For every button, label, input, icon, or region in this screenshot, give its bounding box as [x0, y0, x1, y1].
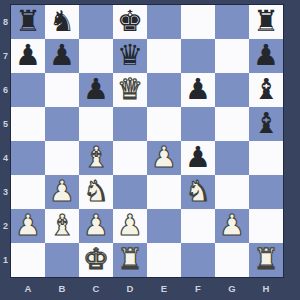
file-label: C	[79, 278, 113, 298]
square-c1[interactable]: ♚	[79, 243, 113, 277]
square-h7[interactable]: ♟	[249, 39, 283, 73]
piece-white-pawn[interactable]: ♟	[151, 143, 177, 174]
square-h8[interactable]: ♜	[249, 5, 283, 39]
square-e6[interactable]	[147, 73, 181, 107]
square-b1[interactable]	[45, 243, 79, 277]
square-c6[interactable]: ♟	[79, 73, 113, 107]
rank-label: 6	[0, 73, 11, 107]
piece-white-queen[interactable]: ♛	[117, 75, 143, 106]
square-g1[interactable]	[215, 243, 249, 277]
square-f6[interactable]: ♟	[181, 73, 215, 107]
piece-black-pawn[interactable]: ♟	[185, 143, 211, 174]
piece-white-bishop[interactable]: ♝	[49, 211, 75, 242]
piece-black-rook[interactable]: ♜	[253, 7, 279, 38]
square-a3[interactable]	[11, 175, 45, 209]
square-e3[interactable]	[147, 175, 181, 209]
square-b2[interactable]: ♝	[45, 209, 79, 243]
square-a7[interactable]: ♟	[11, 39, 45, 73]
square-e5[interactable]	[147, 107, 181, 141]
piece-white-knight[interactable]: ♞	[185, 177, 211, 208]
rank-label: 8	[0, 5, 11, 39]
square-c2[interactable]: ♟	[79, 209, 113, 243]
square-c8[interactable]	[79, 5, 113, 39]
piece-black-pawn[interactable]: ♟	[49, 41, 75, 72]
piece-white-pawn[interactable]: ♟	[117, 211, 143, 242]
square-b7[interactable]: ♟	[45, 39, 79, 73]
piece-white-bishop[interactable]: ♝	[83, 143, 109, 174]
square-d6[interactable]: ♛	[113, 73, 147, 107]
square-e8[interactable]	[147, 5, 181, 39]
square-c5[interactable]	[79, 107, 113, 141]
rank-label: 3	[0, 175, 11, 209]
square-h2[interactable]	[249, 209, 283, 243]
rank-label: 1	[0, 243, 11, 277]
square-d8[interactable]: ♚	[113, 5, 147, 39]
file-label: H	[249, 278, 283, 298]
square-f8[interactable]	[181, 5, 215, 39]
rank-label: 7	[0, 39, 11, 73]
piece-white-pawn[interactable]: ♟	[83, 211, 109, 242]
square-f2[interactable]	[181, 209, 215, 243]
square-h4[interactable]	[249, 141, 283, 175]
square-b4[interactable]	[45, 141, 79, 175]
rank-label: 5	[0, 107, 11, 141]
file-label: E	[147, 278, 181, 298]
square-a6[interactable]	[11, 73, 45, 107]
square-h1[interactable]: ♜	[249, 243, 283, 277]
square-h6[interactable]: ♝	[249, 73, 283, 107]
square-e1[interactable]	[147, 243, 181, 277]
square-a5[interactable]	[11, 107, 45, 141]
square-c3[interactable]: ♞	[79, 175, 113, 209]
square-d5[interactable]	[113, 107, 147, 141]
square-a1[interactable]	[11, 243, 45, 277]
piece-black-pawn[interactable]: ♟	[15, 41, 41, 72]
square-b5[interactable]	[45, 107, 79, 141]
square-a8[interactable]: ♜	[11, 5, 45, 39]
square-b6[interactable]	[45, 73, 79, 107]
square-d7[interactable]: ♛	[113, 39, 147, 73]
square-a2[interactable]: ♟	[11, 209, 45, 243]
piece-white-rook[interactable]: ♜	[253, 245, 279, 276]
square-f3[interactable]: ♞	[181, 175, 215, 209]
square-d4[interactable]	[113, 141, 147, 175]
square-g3[interactable]	[215, 175, 249, 209]
square-f5[interactable]	[181, 107, 215, 141]
piece-white-knight[interactable]: ♞	[83, 177, 109, 208]
rank-labels: 87654321	[0, 5, 11, 277]
piece-white-pawn[interactable]: ♟	[15, 211, 41, 242]
square-d2[interactable]: ♟	[113, 209, 147, 243]
square-g5[interactable]	[215, 107, 249, 141]
square-g2[interactable]: ♟	[215, 209, 249, 243]
square-e7[interactable]	[147, 39, 181, 73]
piece-black-pawn[interactable]: ♟	[253, 41, 279, 72]
piece-black-knight[interactable]: ♞	[49, 7, 75, 38]
file-label: F	[181, 278, 215, 298]
piece-black-bishop[interactable]: ♝	[253, 75, 279, 106]
square-g6[interactable]	[215, 73, 249, 107]
square-f4[interactable]: ♟	[181, 141, 215, 175]
file-label: G	[215, 278, 249, 298]
chess-board: ♜♞♚♜♟♟♛♟♟♛♟♝♝♝♟♟♟♞♞♟♝♟♟♟♚♜♜	[11, 5, 283, 277]
chess-diagram: 87654321 ♜♞♚♜♟♟♛♟♟♛♟♝♝♝♟♟♟♞♞♟♝♟♟♟♚♜♜ ABC…	[0, 0, 300, 300]
square-e2[interactable]	[147, 209, 181, 243]
square-c7[interactable]	[79, 39, 113, 73]
piece-black-pawn[interactable]: ♟	[185, 75, 211, 106]
piece-white-pawn[interactable]: ♟	[49, 177, 75, 208]
file-labels: ABCDEFGH	[11, 278, 283, 298]
piece-black-queen[interactable]: ♛	[117, 41, 143, 72]
square-e4[interactable]: ♟	[147, 141, 181, 175]
piece-black-pawn[interactable]: ♟	[83, 75, 109, 106]
square-f1[interactable]	[181, 243, 215, 277]
square-g4[interactable]	[215, 141, 249, 175]
file-label: A	[11, 278, 45, 298]
file-label: B	[45, 278, 79, 298]
square-h5[interactable]: ♝	[249, 107, 283, 141]
file-label: D	[113, 278, 147, 298]
square-b3[interactable]: ♟	[45, 175, 79, 209]
piece-white-rook[interactable]: ♜	[117, 245, 143, 276]
rank-label: 2	[0, 209, 11, 243]
piece-black-rook[interactable]: ♜	[15, 7, 41, 38]
piece-black-bishop[interactable]: ♝	[253, 109, 279, 140]
piece-white-king[interactable]: ♚	[83, 245, 109, 276]
square-g8[interactable]	[215, 5, 249, 39]
square-f7[interactable]	[181, 39, 215, 73]
square-b8[interactable]: ♞	[45, 5, 79, 39]
square-d3[interactable]	[113, 175, 147, 209]
square-d1[interactable]: ♜	[113, 243, 147, 277]
rank-label: 4	[0, 141, 11, 175]
square-h3[interactable]	[249, 175, 283, 209]
square-c4[interactable]: ♝	[79, 141, 113, 175]
piece-white-pawn[interactable]: ♟	[219, 211, 245, 242]
piece-black-king[interactable]: ♚	[117, 7, 143, 38]
square-a4[interactable]	[11, 141, 45, 175]
square-g7[interactable]	[215, 39, 249, 73]
